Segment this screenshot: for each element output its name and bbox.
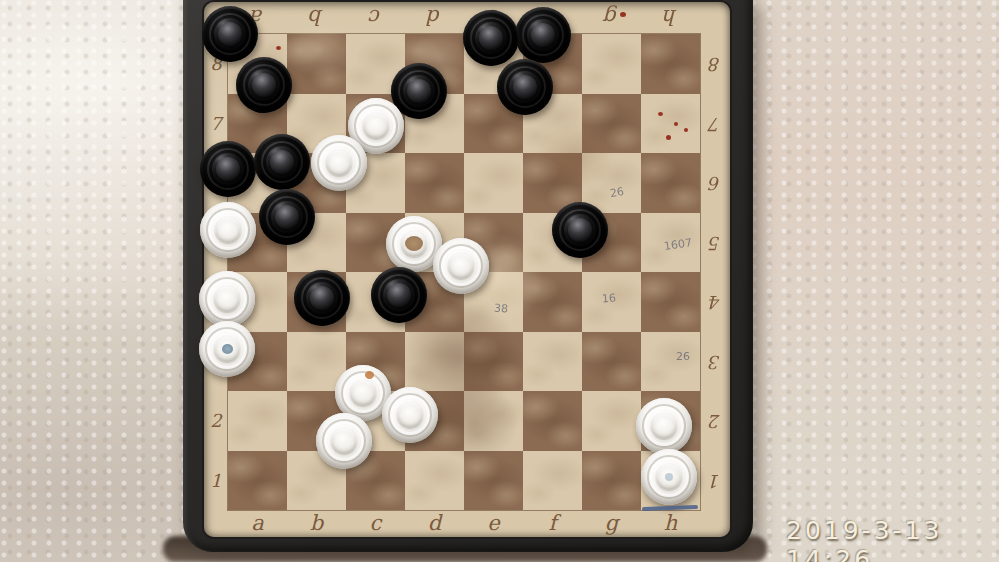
file-label-h: h	[641, 510, 700, 537]
file-label-b: b	[287, 2, 346, 34]
file-label-d: d	[405, 2, 464, 34]
square-h4[interactable]	[641, 272, 700, 332]
file-label-e: e	[464, 510, 523, 537]
square-g1[interactable]	[582, 451, 641, 511]
black-checker-glyph: ⛂	[200, 141, 256, 197]
checker-white-h1[interactable]: ⛀	[641, 449, 697, 505]
square-e6[interactable]	[464, 153, 523, 213]
file-label-h: h	[641, 2, 700, 34]
photo-scene: abcdefgh abcdefgh 87654321 87654321 ⛂⛂⛂⛂…	[0, 0, 999, 562]
square-b8[interactable]	[287, 34, 346, 94]
rank-label-2: 2	[204, 391, 228, 451]
white-checker-glyph: ⛀	[316, 413, 372, 469]
camera-timestamp: 2019-3-13 14:26	[786, 516, 999, 562]
white-checker-glyph: ⛀	[433, 238, 489, 294]
checker-black-f5[interactable]: ⛂	[552, 202, 608, 258]
file-label-f: f	[523, 510, 582, 537]
square-d1[interactable]	[405, 451, 464, 511]
rank-label-1: 1	[204, 451, 228, 511]
file-labels-bottom: abcdefgh	[228, 510, 700, 537]
square-f4[interactable]	[523, 272, 582, 332]
rank-labels-right: 87654321	[700, 34, 730, 510]
piece-gray-dot-mark	[665, 473, 673, 481]
checker-white-h2[interactable]: ⛀	[636, 398, 692, 454]
white-checker-glyph: ⛀	[311, 135, 367, 191]
checker-white-a4[interactable]: ⛀	[199, 271, 255, 327]
square-g2[interactable]	[582, 391, 641, 451]
checker-white-e5[interactable]: ⛀	[433, 238, 489, 294]
board-paper: abcdefgh abcdefgh 87654321 87654321 ⛂⛂⛂⛂…	[204, 2, 730, 537]
square-d6[interactable]	[405, 153, 464, 213]
white-checker-glyph: ⛀	[636, 398, 692, 454]
checker-black-e7[interactable]: ⛂	[497, 59, 553, 115]
checker-black-a6[interactable]: ⛂	[200, 141, 256, 197]
square-f2[interactable]	[523, 391, 582, 451]
piece-dirt-mark	[405, 236, 423, 251]
checker-white-b2[interactable]: ⛀	[316, 413, 372, 469]
white-checker-glyph: ⛀	[199, 271, 255, 327]
square-a1[interactable]	[228, 451, 287, 511]
checker-white-d2[interactable]: ⛀	[382, 387, 438, 443]
white-checker-glyph: ⛀	[200, 202, 256, 258]
file-label-a: a	[228, 510, 287, 537]
square-h3[interactable]	[641, 332, 700, 392]
file-label-d: d	[405, 510, 464, 537]
rank-label-8: 8	[700, 34, 730, 94]
black-checker-glyph: ⛂	[371, 267, 427, 323]
file-label-g: g	[582, 510, 641, 537]
rank-label-7: 7	[700, 94, 730, 154]
black-checker-glyph: ⛂	[254, 134, 310, 190]
piece-blue-dot-mark	[222, 344, 233, 354]
checker-black-a8[interactable]: ⛂	[202, 6, 258, 62]
square-g7[interactable]	[582, 94, 641, 154]
checker-black-b6[interactable]: ⛂	[254, 134, 310, 190]
square-g8[interactable]	[582, 34, 641, 94]
black-checker-glyph: ⛂	[236, 57, 292, 113]
square-g4[interactable]	[582, 272, 641, 332]
black-checker-glyph: ⛂	[515, 7, 571, 63]
checker-white-a3[interactable]: ⛀	[199, 321, 255, 377]
square-f3[interactable]	[523, 332, 582, 392]
black-checker-glyph: ⛂	[497, 59, 553, 115]
black-checker-glyph: ⛂	[259, 189, 315, 245]
rank-label-1: 1	[700, 451, 730, 511]
checker-black-b4[interactable]: ⛂	[294, 270, 350, 326]
rank-label-3: 3	[700, 332, 730, 392]
black-checker-glyph: ⛂	[294, 270, 350, 326]
black-checker-glyph: ⛂	[463, 10, 519, 66]
square-h5[interactable]	[641, 213, 700, 273]
square-f1[interactable]	[523, 451, 582, 511]
rank-label-2: 2	[700, 391, 730, 451]
piece-rust-fleck-mark	[365, 371, 374, 379]
square-h8[interactable]	[641, 34, 700, 94]
file-label-g: g	[582, 2, 641, 34]
checker-black-a7[interactable]: ⛂	[236, 57, 292, 113]
square-e1[interactable]	[464, 451, 523, 511]
square-e2[interactable]	[464, 391, 523, 451]
rank-label-5: 5	[700, 213, 730, 273]
rank-label-6: 6	[700, 153, 730, 213]
square-e3[interactable]	[464, 332, 523, 392]
square-h6[interactable]	[641, 153, 700, 213]
square-h7[interactable]	[641, 94, 700, 154]
file-label-b: b	[287, 510, 346, 537]
square-a2[interactable]	[228, 391, 287, 451]
checker-black-f8[interactable]: ⛂	[515, 7, 571, 63]
checker-black-e8[interactable]: ⛂	[463, 10, 519, 66]
square-g3[interactable]	[582, 332, 641, 392]
checker-black-b5[interactable]: ⛂	[259, 189, 315, 245]
black-checker-glyph: ⛂	[552, 202, 608, 258]
checker-white-c6[interactable]: ⛀	[311, 135, 367, 191]
checker-black-c4[interactable]: ⛂	[371, 267, 427, 323]
checker-white-a5[interactable]: ⛀	[200, 202, 256, 258]
square-d3[interactable]	[405, 332, 464, 392]
rank-label-4: 4	[700, 272, 730, 332]
checkers-board-frame: abcdefgh abcdefgh 87654321 87654321 ⛂⛂⛂⛂…	[183, 0, 753, 552]
black-checker-glyph: ⛂	[202, 6, 258, 62]
white-checker-glyph: ⛀	[382, 387, 438, 443]
file-label-c: c	[346, 2, 405, 34]
file-label-c: c	[346, 510, 405, 537]
